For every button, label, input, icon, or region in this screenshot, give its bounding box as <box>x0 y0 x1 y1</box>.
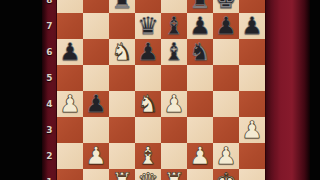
square-d7[interactable]: ♛ <box>135 13 161 39</box>
square-c5[interactable] <box>109 65 135 91</box>
square-f1[interactable] <box>187 169 213 180</box>
chess-diagram-frame: ♜♜♚♛♝♟♟♟♟♞♟♝♞♟♟♞♟♟♟♝♟♟♜♛♜♚ 87654321 <box>0 0 320 180</box>
square-g4[interactable] <box>213 91 239 117</box>
square-e2[interactable] <box>161 143 187 169</box>
black-pawn-h7[interactable]: ♟ <box>241 13 263 39</box>
rank-label-5: 5 <box>42 73 57 83</box>
square-a8[interactable] <box>57 0 83 13</box>
square-h6[interactable] <box>239 39 265 65</box>
square-c1[interactable]: ♜ <box>109 169 135 180</box>
square-h1[interactable] <box>239 169 265 180</box>
square-f2[interactable]: ♟ <box>187 143 213 169</box>
square-b7[interactable] <box>83 13 109 39</box>
rank-label-6: 6 <box>42 47 57 57</box>
square-h5[interactable] <box>239 65 265 91</box>
square-h7[interactable]: ♟ <box>239 13 265 39</box>
black-bishop-e6[interactable]: ♝ <box>163 39 185 65</box>
white-bishop-d2[interactable]: ♝ <box>137 143 159 169</box>
white-pawn-b2[interactable]: ♟ <box>85 143 107 169</box>
square-d5[interactable] <box>135 65 161 91</box>
square-b2[interactable]: ♟ <box>83 143 109 169</box>
black-pawn-a6[interactable]: ♟ <box>59 39 81 65</box>
white-king-g1[interactable]: ♚ <box>215 169 237 180</box>
square-d4[interactable]: ♞ <box>135 91 161 117</box>
square-h4[interactable] <box>239 91 265 117</box>
square-e5[interactable] <box>161 65 187 91</box>
white-pawn-e4[interactable]: ♟ <box>163 91 185 117</box>
square-d1[interactable]: ♛ <box>135 169 161 180</box>
square-g6[interactable] <box>213 39 239 65</box>
rank-label-7: 7 <box>42 21 57 31</box>
square-e3[interactable] <box>161 117 187 143</box>
rank-label-2: 2 <box>42 151 57 161</box>
square-e4[interactable]: ♟ <box>161 91 187 117</box>
white-rook-e1[interactable]: ♜ <box>163 169 185 180</box>
black-pawn-f7[interactable]: ♟ <box>189 13 211 39</box>
square-g1[interactable]: ♚ <box>213 169 239 180</box>
square-a1[interactable] <box>57 169 83 180</box>
white-pawn-a4[interactable]: ♟ <box>59 91 81 117</box>
square-a2[interactable] <box>57 143 83 169</box>
white-rook-c1[interactable]: ♜ <box>111 169 133 180</box>
square-f3[interactable] <box>187 117 213 143</box>
black-pawn-g7[interactable]: ♟ <box>215 13 237 39</box>
white-queen-d1[interactable]: ♛ <box>137 169 159 180</box>
square-c3[interactable] <box>109 117 135 143</box>
square-f5[interactable] <box>187 65 213 91</box>
black-knight-f6[interactable]: ♞ <box>189 39 211 65</box>
square-e6[interactable]: ♝ <box>161 39 187 65</box>
white-pawn-g2[interactable]: ♟ <box>215 143 237 169</box>
square-b6[interactable] <box>83 39 109 65</box>
square-e7[interactable]: ♝ <box>161 13 187 39</box>
white-pawn-f2[interactable]: ♟ <box>189 143 211 169</box>
square-b8[interactable] <box>83 0 109 13</box>
square-e1[interactable]: ♜ <box>161 169 187 180</box>
square-g3[interactable] <box>213 117 239 143</box>
white-pawn-h3[interactable]: ♟ <box>241 117 263 143</box>
rank-label-4: 4 <box>42 99 57 109</box>
square-c8[interactable]: ♜ <box>109 0 135 13</box>
square-h2[interactable] <box>239 143 265 169</box>
square-a4[interactable]: ♟ <box>57 91 83 117</box>
square-c2[interactable] <box>109 143 135 169</box>
square-a3[interactable] <box>57 117 83 143</box>
square-d3[interactable] <box>135 117 161 143</box>
square-f7[interactable]: ♟ <box>187 13 213 39</box>
square-g2[interactable]: ♟ <box>213 143 239 169</box>
black-rook-c8[interactable]: ♜ <box>111 0 133 13</box>
square-b1[interactable] <box>83 169 109 180</box>
black-pawn-d6[interactable]: ♟ <box>137 39 159 65</box>
rank-labels: 87654321 <box>42 0 57 180</box>
black-queen-d7[interactable]: ♛ <box>137 13 159 39</box>
square-c7[interactable] <box>109 13 135 39</box>
square-c4[interactable] <box>109 91 135 117</box>
white-knight-c6[interactable]: ♞ <box>111 39 133 65</box>
square-b3[interactable] <box>83 117 109 143</box>
square-f4[interactable] <box>187 91 213 117</box>
square-b4[interactable]: ♟ <box>83 91 109 117</box>
square-h3[interactable]: ♟ <box>239 117 265 143</box>
black-pawn-b4[interactable]: ♟ <box>85 91 107 117</box>
rank-label-3: 3 <box>42 125 57 135</box>
square-c6[interactable]: ♞ <box>109 39 135 65</box>
black-bishop-e7[interactable]: ♝ <box>163 13 185 39</box>
square-g5[interactable] <box>213 65 239 91</box>
square-b5[interactable] <box>83 65 109 91</box>
board-frame-right <box>265 0 310 180</box>
square-a7[interactable] <box>57 13 83 39</box>
square-g7[interactable]: ♟ <box>213 13 239 39</box>
square-a6[interactable]: ♟ <box>57 39 83 65</box>
rank-label-1: 1 <box>42 177 57 180</box>
square-f6[interactable]: ♞ <box>187 39 213 65</box>
square-a5[interactable] <box>57 65 83 91</box>
chess-board[interactable]: ♜♜♚♛♝♟♟♟♟♞♟♝♞♟♟♞♟♟♟♝♟♟♜♛♜♚ <box>57 0 265 180</box>
white-knight-d4[interactable]: ♞ <box>137 91 159 117</box>
square-d2[interactable]: ♝ <box>135 143 161 169</box>
rank-label-8: 8 <box>42 0 57 5</box>
square-d6[interactable]: ♟ <box>135 39 161 65</box>
